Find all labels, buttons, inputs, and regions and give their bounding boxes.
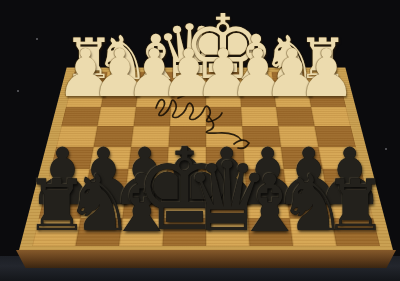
- square-d8: [206, 218, 250, 246]
- square-h2: [66, 89, 104, 107]
- square-e1: [172, 72, 206, 89]
- square-b5: [281, 147, 323, 169]
- square-a2: [308, 89, 346, 107]
- square-a5: [318, 147, 361, 169]
- square-c1: [239, 72, 274, 89]
- square-a3: [311, 107, 351, 126]
- square-c6: [245, 169, 287, 193]
- square-a8: [331, 218, 380, 246]
- square-h7: [39, 193, 86, 219]
- square-h1: [70, 72, 107, 89]
- square-g8: [75, 218, 122, 246]
- square-g4: [94, 126, 134, 147]
- square-b4: [278, 126, 318, 147]
- square-h3: [61, 107, 101, 126]
- square-b3: [276, 107, 315, 126]
- square-h8: [32, 218, 81, 246]
- square-a4: [315, 126, 356, 147]
- square-h5: [51, 147, 94, 169]
- square-b2: [274, 89, 311, 107]
- square-e7: [164, 193, 206, 219]
- square-g1: [104, 72, 140, 89]
- square-c7: [246, 193, 289, 219]
- dust-speck: [36, 38, 38, 40]
- square-g3: [97, 107, 136, 126]
- square-a1: [305, 72, 342, 89]
- square-e8: [162, 218, 206, 246]
- square-b6: [284, 169, 327, 193]
- square-e6: [166, 169, 206, 193]
- chessboard-photo: ♜♞♝♛♚♝♞♜♟♟♟♟♟♟♟♟♟♟♟♟♟♟♟♟♜♞♝♚♛♝♞♜: [0, 0, 400, 281]
- square-g6: [85, 169, 128, 193]
- square-g7: [81, 193, 126, 219]
- square-b8: [290, 218, 337, 246]
- square-g5: [90, 147, 132, 169]
- signature-autograph: [148, 92, 258, 162]
- square-f6: [125, 169, 167, 193]
- square-h6: [45, 169, 90, 193]
- square-d1: [206, 72, 240, 89]
- board-front-edge: [16, 250, 396, 268]
- square-c8: [248, 218, 293, 246]
- square-f7: [122, 193, 165, 219]
- square-h4: [56, 126, 97, 147]
- square-d7: [206, 193, 248, 219]
- dust-speck: [385, 148, 387, 150]
- square-b1: [272, 72, 308, 89]
- square-f8: [119, 218, 164, 246]
- dust-speck: [17, 90, 19, 92]
- square-f1: [138, 72, 173, 89]
- square-d6: [206, 169, 246, 193]
- square-a7: [327, 193, 374, 219]
- square-g2: [101, 89, 138, 107]
- square-b7: [287, 193, 332, 219]
- square-a6: [322, 169, 367, 193]
